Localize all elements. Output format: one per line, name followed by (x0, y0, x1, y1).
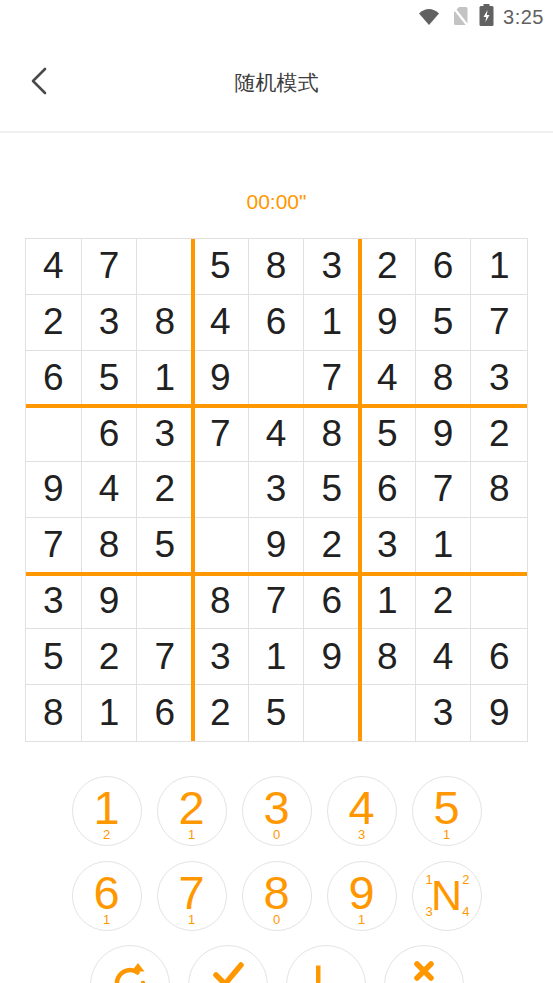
numpad-row-1: 1221304351 (0, 776, 553, 846)
sudoku-cell[interactable]: 5 (416, 295, 472, 351)
sudoku-cell[interactable]: 4 (416, 629, 472, 685)
sudoku-board[interactable]: 4758326123846195765197483637485929423567… (25, 238, 528, 742)
sudoku-cell[interactable]: 2 (360, 239, 416, 295)
notes-corner-digit: 1 (426, 873, 433, 886)
sudoku-cell[interactable]: 5 (304, 462, 360, 518)
game-timer: 00:00" (0, 190, 553, 214)
restart-icon (110, 946, 150, 983)
numpad-row-2: 61718091N1234 (0, 861, 553, 931)
sudoku-cell[interactable]: 6 (304, 574, 360, 630)
sudoku-cell[interactable]: 6 (471, 629, 527, 685)
notes-corner-digit: 3 (426, 905, 433, 918)
sudoku-cell[interactable]: 8 (193, 574, 249, 630)
sudoku-cell[interactable]: 8 (360, 629, 416, 685)
remaining-count-badge: 0 (273, 828, 280, 841)
remaining-count-badge: 1 (188, 913, 195, 926)
sudoku-cell[interactable] (304, 685, 360, 741)
sudoku-cell[interactable]: 8 (304, 406, 360, 462)
sudoku-cell[interactable]: 2 (304, 518, 360, 574)
num-label: 2 (178, 784, 204, 831)
wifi-icon (417, 6, 441, 30)
sudoku-cell[interactable]: 3 (471, 351, 527, 407)
battery-charging-icon (479, 4, 494, 31)
sudoku-cell[interactable]: 6 (416, 239, 472, 295)
remaining-count-badge: 1 (188, 828, 195, 841)
sudoku-cell[interactable]: 3 (416, 685, 472, 741)
sudoku-cell[interactable]: 7 (26, 518, 82, 574)
sudoku-cell[interactable]: 7 (82, 239, 138, 295)
remaining-count-badge: 2 (103, 828, 110, 841)
sudoku-cell[interactable]: 3 (249, 462, 305, 518)
sudoku-cell[interactable]: 3 (137, 406, 193, 462)
sudoku-cell[interactable]: 1 (416, 518, 472, 574)
sudoku-cell[interactable]: 2 (416, 574, 472, 630)
remaining-count-badge: 0 (273, 913, 280, 926)
sudoku-cell[interactable]: 1 (82, 685, 138, 741)
num-label: 4 (348, 784, 374, 831)
num-button-5[interactable]: 51 (412, 776, 482, 846)
sudoku-cell[interactable]: 7 (304, 351, 360, 407)
sudoku-cell[interactable] (137, 239, 193, 295)
sudoku-cell[interactable]: 9 (193, 351, 249, 407)
sudoku-cell[interactable]: 6 (360, 462, 416, 518)
sudoku-cell[interactable]: 9 (249, 518, 305, 574)
status-bar: 3:25 (0, 0, 553, 35)
num-button-1[interactable]: 12 (72, 776, 142, 846)
sudoku-cell[interactable] (249, 351, 305, 407)
num-label: 6 (93, 869, 119, 916)
restart-button[interactable] (90, 945, 170, 983)
sudoku-cell[interactable]: 5 (193, 239, 249, 295)
sudoku-cell[interactable] (137, 574, 193, 630)
sudoku-cell[interactable]: 8 (137, 295, 193, 351)
sudoku-cell[interactable]: 1 (360, 574, 416, 630)
box-divider-vertical-2 (358, 239, 362, 741)
sudoku-cell[interactable]: 2 (82, 629, 138, 685)
sudoku-cell[interactable]: 6 (249, 295, 305, 351)
num-label: 8 (263, 869, 289, 916)
clock-time: 3:25 (503, 6, 544, 29)
num-button-4[interactable]: 43 (327, 776, 397, 846)
sudoku-cell[interactable]: 5 (249, 685, 305, 741)
num-button-6[interactable]: 61 (72, 861, 142, 931)
num-button-2[interactable]: 21 (157, 776, 227, 846)
sudoku-cell[interactable]: 9 (471, 685, 527, 741)
sudoku-cell[interactable] (193, 462, 249, 518)
sudoku-cell[interactable]: 2 (471, 406, 527, 462)
sudoku-cell[interactable]: 1 (249, 629, 305, 685)
sudoku-cell[interactable]: 6 (82, 406, 138, 462)
num-label: 5 (433, 784, 459, 831)
toolbar (0, 945, 553, 983)
sudoku-cell[interactable]: 4 (82, 462, 138, 518)
sudoku-cell[interactable] (471, 518, 527, 574)
sudoku-cell[interactable]: 5 (360, 406, 416, 462)
sudoku-cell[interactable]: 9 (82, 574, 138, 630)
num-label: 7 (178, 869, 204, 916)
num-label: 3 (263, 784, 289, 831)
num-button-8[interactable]: 80 (242, 861, 312, 931)
header-divider (0, 131, 553, 133)
sudoku-cell[interactable]: 2 (137, 462, 193, 518)
notes-corner-digit: 2 (462, 873, 469, 886)
sudoku-cell[interactable]: 7 (471, 295, 527, 351)
sudoku-cell[interactable]: 8 (82, 518, 138, 574)
sudoku-cell[interactable]: 9 (416, 406, 472, 462)
sudoku-cell[interactable] (471, 574, 527, 630)
page-title: 随机模式 (0, 35, 553, 131)
sudoku-cell[interactable]: 3 (26, 574, 82, 630)
check-icon (208, 946, 248, 983)
sudoku-cell[interactable]: 4 (26, 239, 82, 295)
notes-corner-digit: 4 (462, 905, 469, 918)
sudoku-cell[interactable]: 1 (304, 295, 360, 351)
box-divider-vertical-1 (191, 239, 195, 741)
sudoku-cell[interactable]: 4 (249, 406, 305, 462)
sudoku-cell[interactable]: 2 (193, 685, 249, 741)
sudoku-cell[interactable]: 8 (471, 462, 527, 518)
num-label: 1 (93, 784, 119, 831)
sudoku-cell[interactable]: 8 (249, 239, 305, 295)
num-button-7[interactable]: 71 (157, 861, 227, 931)
sudoku-cell[interactable]: 3 (304, 239, 360, 295)
sudoku-cell[interactable]: 9 (360, 295, 416, 351)
sudoku-cell[interactable]: 6 (26, 351, 82, 407)
remaining-count-badge: 1 (443, 828, 450, 841)
sudoku-cell[interactable]: 3 (82, 295, 138, 351)
sudoku-cell[interactable]: 3 (360, 518, 416, 574)
no-sim-icon (450, 5, 470, 31)
num-button-9[interactable]: 91 (327, 861, 397, 931)
num-label: 9 (348, 869, 374, 916)
sudoku-cell[interactable]: 7 (193, 406, 249, 462)
remaining-count-badge: 1 (358, 913, 365, 926)
sudoku-cell[interactable]: 4 (360, 351, 416, 407)
sudoku-cell[interactable]: 1 (471, 239, 527, 295)
sudoku-cell[interactable]: 1 (137, 351, 193, 407)
sudoku-cell[interactable] (360, 685, 416, 741)
sudoku-cell[interactable]: 5 (82, 351, 138, 407)
sudoku-cell[interactable]: 6 (137, 685, 193, 741)
header: 随机模式 (0, 35, 553, 131)
sudoku-cell[interactable]: 4 (193, 295, 249, 351)
notes-button[interactable]: N1234 (412, 861, 482, 931)
sudoku-cell[interactable] (26, 406, 82, 462)
pencil-icon (306, 946, 346, 983)
clear-x-icon (404, 946, 444, 983)
sudoku-cell[interactable] (193, 518, 249, 574)
sudoku-cell[interactable]: 3 (193, 629, 249, 685)
check-button[interactable] (188, 945, 268, 983)
num-label: N (431, 874, 462, 917)
sudoku-cell[interactable]: 9 (304, 629, 360, 685)
box-divider-horizontal-1 (26, 404, 527, 408)
pencil-button[interactable] (286, 945, 366, 983)
sudoku-cell[interactable]: 7 (137, 629, 193, 685)
remaining-count-badge: 3 (358, 828, 365, 841)
sudoku-cell[interactable]: 8 (26, 685, 82, 741)
sudoku-cell[interactable]: 7 (249, 574, 305, 630)
sudoku-cell[interactable]: 5 (137, 518, 193, 574)
num-button-3[interactable]: 30 (242, 776, 312, 846)
sudoku-cell[interactable]: 9 (26, 462, 82, 518)
box-divider-horizontal-2 (26, 572, 527, 576)
remaining-count-badge: 1 (103, 913, 110, 926)
sudoku-cell[interactable]: 2 (26, 295, 82, 351)
sudoku-cell[interactable]: 5 (26, 629, 82, 685)
clear-button[interactable] (384, 945, 464, 983)
sudoku-cell[interactable]: 7 (416, 462, 472, 518)
sudoku-cell[interactable]: 8 (416, 351, 472, 407)
